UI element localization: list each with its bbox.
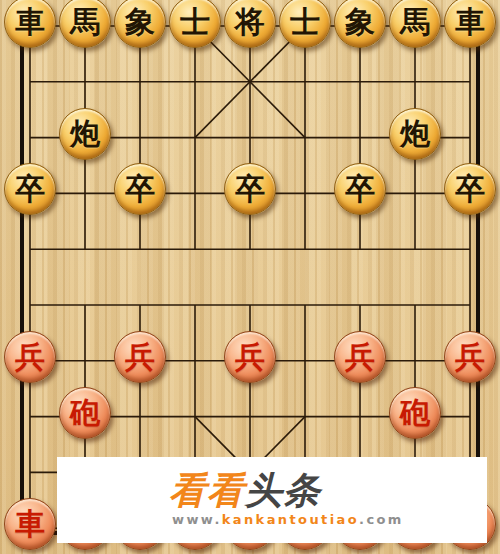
intersection-g8: [333, 389, 388, 445]
intersection-f6: [278, 277, 333, 333]
intersection-i4: 卒: [443, 166, 498, 222]
piece-black-soldier[interactable]: 卒: [4, 163, 56, 215]
intersection-f5: [278, 221, 333, 277]
intersection-c2: [113, 54, 168, 110]
intersection-f3: [278, 110, 333, 166]
intersection-i8: [443, 389, 498, 445]
watermark-url-suffix: .com: [359, 512, 404, 527]
intersection-c4: 卒: [113, 166, 168, 222]
piece-black-horse[interactable]: 馬: [389, 0, 441, 48]
intersection-e2: [223, 54, 278, 110]
piece-black-soldier[interactable]: 卒: [334, 163, 386, 215]
watermark-overlay: 看看头条 www.kankantoutiao.com: [57, 457, 487, 543]
intersection-e4: 卒: [223, 166, 278, 222]
intersection-f8: [278, 389, 333, 445]
intersection-a7: 兵: [3, 333, 58, 389]
xiangqi-board: 車馬象士将士象馬車炮炮卒卒卒卒卒兵兵兵兵兵砲砲車馬相仕帥仕相馬車 看看头条 ww…: [0, 0, 500, 554]
intersection-a3: [3, 110, 58, 166]
intersection-d6: [168, 277, 223, 333]
intersection-h7: [388, 333, 443, 389]
intersection-d5: [168, 221, 223, 277]
piece-black-advisor[interactable]: 士: [169, 0, 221, 48]
intersection-f2: [278, 54, 333, 110]
piece-black-chariot[interactable]: 車: [4, 0, 56, 48]
piece-red-soldier[interactable]: 兵: [334, 331, 386, 383]
piece-black-general[interactable]: 将: [224, 0, 276, 48]
piece-red-cannon[interactable]: 砲: [59, 387, 111, 439]
intersection-g4: 卒: [333, 166, 388, 222]
piece-black-horse[interactable]: 馬: [59, 0, 111, 48]
intersection-g5: [333, 221, 388, 277]
intersection-h5: [388, 221, 443, 277]
watermark-url-domain: kankantoutiao: [222, 512, 359, 527]
intersection-i1: 車: [443, 0, 498, 54]
intersection-h8: 砲: [388, 389, 443, 445]
piece-red-cannon[interactable]: 砲: [389, 387, 441, 439]
piece-red-soldier[interactable]: 兵: [444, 331, 496, 383]
intersection-e8: [223, 389, 278, 445]
intersection-g1: 象: [333, 0, 388, 54]
intersection-a5: [3, 221, 58, 277]
intersection-i6: [443, 277, 498, 333]
intersection-c3: [113, 110, 168, 166]
intersection-c6: [113, 277, 168, 333]
intersection-a2: [3, 54, 58, 110]
piece-black-soldier[interactable]: 卒: [444, 163, 496, 215]
intersection-d1: 士: [168, 0, 223, 54]
watermark-logo-primary: 看看: [169, 469, 245, 512]
piece-red-soldier[interactable]: 兵: [4, 331, 56, 383]
intersection-b5: [58, 221, 113, 277]
piece-red-chariot[interactable]: 車: [4, 498, 56, 550]
intersection-i2: [443, 54, 498, 110]
piece-black-elephant[interactable]: 象: [334, 0, 386, 48]
intersection-g3: [333, 110, 388, 166]
intersection-i7: 兵: [443, 333, 498, 389]
intersection-b6: [58, 277, 113, 333]
piece-black-cannon[interactable]: 炮: [389, 108, 441, 160]
watermark-logo: 看看头条: [169, 472, 487, 509]
intersection-b7: [58, 333, 113, 389]
intersection-b8: 砲: [58, 389, 113, 445]
intersection-f1: 士: [278, 0, 333, 54]
piece-black-soldier[interactable]: 卒: [114, 163, 166, 215]
intersection-e3: [223, 110, 278, 166]
intersection-a4: 卒: [3, 166, 58, 222]
intersection-a10: 車: [3, 500, 58, 554]
intersection-h4: [388, 166, 443, 222]
piece-red-soldier[interactable]: 兵: [114, 331, 166, 383]
intersection-f4: [278, 166, 333, 222]
intersection-h3: 炮: [388, 110, 443, 166]
intersection-c5: [113, 221, 168, 277]
intersection-a9: [3, 444, 58, 500]
intersection-f7: [278, 333, 333, 389]
intersection-h1: 馬: [388, 0, 443, 54]
intersection-b2: [58, 54, 113, 110]
watermark-url-prefix: www.: [172, 512, 222, 527]
intersection-g7: 兵: [333, 333, 388, 389]
intersection-e5: [223, 221, 278, 277]
watermark-logo-secondary: 头条: [245, 469, 321, 512]
intersection-a1: 車: [3, 0, 58, 54]
intersection-a6: [3, 277, 58, 333]
watermark-url: www.kankantoutiao.com: [169, 512, 487, 527]
intersection-e6: [223, 277, 278, 333]
intersection-d8: [168, 389, 223, 445]
intersection-e7: 兵: [223, 333, 278, 389]
intersection-d4: [168, 166, 223, 222]
piece-black-advisor[interactable]: 士: [279, 0, 331, 48]
piece-black-chariot[interactable]: 車: [444, 0, 496, 48]
intersection-h6: [388, 277, 443, 333]
intersection-h2: [388, 54, 443, 110]
intersection-g2: [333, 54, 388, 110]
intersection-b1: 馬: [58, 0, 113, 54]
piece-black-elephant[interactable]: 象: [114, 0, 166, 48]
intersection-a8: [3, 389, 58, 445]
intersection-b4: [58, 166, 113, 222]
intersection-b3: 炮: [58, 110, 113, 166]
intersection-c8: [113, 389, 168, 445]
piece-red-soldier[interactable]: 兵: [224, 331, 276, 383]
intersection-d3: [168, 110, 223, 166]
intersection-c1: 象: [113, 0, 168, 54]
intersection-e1: 将: [223, 0, 278, 54]
intersection-c7: 兵: [113, 333, 168, 389]
piece-black-soldier[interactable]: 卒: [224, 163, 276, 215]
piece-black-cannon[interactable]: 炮: [59, 108, 111, 160]
intersection-i3: [443, 110, 498, 166]
intersection-d7: [168, 333, 223, 389]
intersection-d2: [168, 54, 223, 110]
intersection-i5: [443, 221, 498, 277]
intersection-g6: [333, 277, 388, 333]
